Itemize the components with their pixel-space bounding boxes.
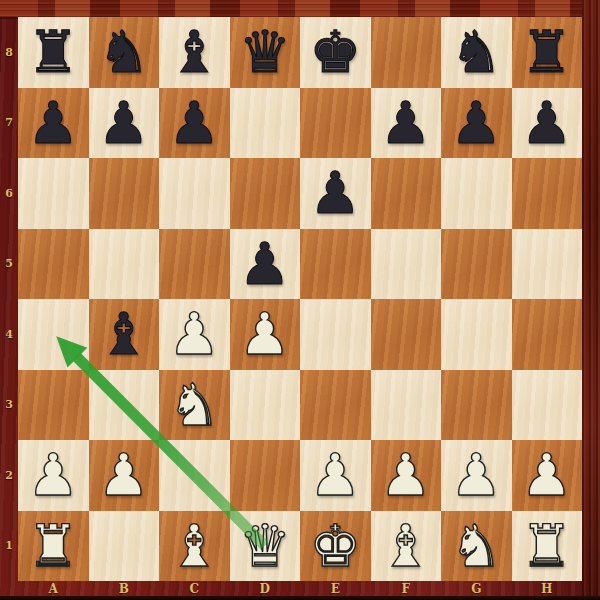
square-f3[interactable]: [371, 370, 442, 441]
piece-white-queen[interactable]: ♛: [239, 517, 291, 575]
square-c5[interactable]: [159, 229, 230, 300]
square-e6[interactable]: ♟: [300, 158, 371, 229]
piece-black-pawn[interactable]: ♟: [521, 94, 573, 152]
piece-black-rook[interactable]: ♜: [521, 23, 573, 81]
square-g6[interactable]: [441, 158, 512, 229]
piece-black-pawn[interactable]: ♟: [309, 164, 361, 222]
square-d7[interactable]: [230, 88, 301, 159]
square-c8[interactable]: ♝: [159, 17, 230, 88]
square-e7[interactable]: [300, 88, 371, 159]
piece-white-king[interactable]: ♚: [309, 517, 361, 575]
square-h7[interactable]: ♟: [512, 88, 583, 159]
piece-black-pawn[interactable]: ♟: [450, 94, 502, 152]
square-g7[interactable]: ♟: [441, 88, 512, 159]
square-e3[interactable]: [300, 370, 371, 441]
square-a8[interactable]: ♜: [18, 17, 89, 88]
piece-white-knight[interactable]: ♞: [450, 517, 502, 575]
rank-label-3: 3: [0, 370, 18, 441]
square-f1[interactable]: ♝: [371, 511, 442, 582]
square-e5[interactable]: [300, 229, 371, 300]
piece-black-queen[interactable]: ♛: [239, 23, 291, 81]
square-a3[interactable]: [18, 370, 89, 441]
square-b8[interactable]: ♞: [89, 17, 160, 88]
board-grid: ♜♞♝♛♚♞♜♟♟♟♟♟♟♟♟♝♟♟♞♟♟♟♟♟♟♜♝♛♚♝♞♜: [18, 17, 582, 581]
square-h5[interactable]: [512, 229, 583, 300]
square-e1[interactable]: ♚: [300, 511, 371, 582]
square-a1[interactable]: ♜: [18, 511, 89, 582]
square-h3[interactable]: [512, 370, 583, 441]
square-e4[interactable]: [300, 299, 371, 370]
square-d6[interactable]: [230, 158, 301, 229]
piece-black-bishop[interactable]: ♝: [98, 305, 150, 363]
square-h6[interactable]: [512, 158, 583, 229]
square-g1[interactable]: ♞: [441, 511, 512, 582]
square-f8[interactable]: [371, 17, 442, 88]
square-g4[interactable]: [441, 299, 512, 370]
square-f7[interactable]: ♟: [371, 88, 442, 159]
rank-label-2: 2: [0, 440, 18, 511]
piece-white-rook[interactable]: ♜: [521, 517, 573, 575]
square-g3[interactable]: [441, 370, 512, 441]
rank-label-1: 1: [0, 511, 18, 582]
square-f6[interactable]: [371, 158, 442, 229]
square-b5[interactable]: [89, 229, 160, 300]
rank-label-8: 8: [0, 17, 18, 88]
piece-white-bishop[interactable]: ♝: [168, 517, 220, 575]
square-a2[interactable]: ♟: [18, 440, 89, 511]
square-f5[interactable]: [371, 229, 442, 300]
square-a4[interactable]: [18, 299, 89, 370]
piece-white-pawn[interactable]: ♟: [521, 446, 573, 504]
square-a7[interactable]: ♟: [18, 88, 89, 159]
piece-black-pawn[interactable]: ♟: [27, 94, 79, 152]
square-d5[interactable]: ♟: [230, 229, 301, 300]
square-b1[interactable]: [89, 511, 160, 582]
square-c3[interactable]: ♞: [159, 370, 230, 441]
square-f4[interactable]: [371, 299, 442, 370]
piece-black-knight[interactable]: ♞: [98, 23, 150, 81]
square-d2[interactable]: [230, 440, 301, 511]
board-frame-bottom-edge: [0, 596, 600, 600]
piece-black-pawn[interactable]: ♟: [380, 94, 432, 152]
square-b7[interactable]: ♟: [89, 88, 160, 159]
piece-black-knight[interactable]: ♞: [450, 23, 502, 81]
piece-white-pawn[interactable]: ♟: [380, 446, 432, 504]
piece-black-pawn[interactable]: ♟: [98, 94, 150, 152]
piece-white-bishop[interactable]: ♝: [380, 517, 432, 575]
piece-white-pawn[interactable]: ♟: [239, 305, 291, 363]
rank-label-6: 6: [0, 158, 18, 229]
square-c1[interactable]: ♝: [159, 511, 230, 582]
square-c4[interactable]: ♟: [159, 299, 230, 370]
square-c2[interactable]: [159, 440, 230, 511]
square-a5[interactable]: [18, 229, 89, 300]
piece-white-pawn[interactable]: ♟: [450, 446, 502, 504]
square-h4[interactable]: [512, 299, 583, 370]
square-b3[interactable]: [89, 370, 160, 441]
square-b4[interactable]: ♝: [89, 299, 160, 370]
square-d4[interactable]: ♟: [230, 299, 301, 370]
square-d3[interactable]: [230, 370, 301, 441]
rank-label-4: 4: [0, 299, 18, 370]
piece-black-pawn[interactable]: ♟: [168, 94, 220, 152]
rank-coordinates: 87654321: [0, 17, 18, 581]
board-frame-right-rail: [582, 0, 600, 600]
square-h8[interactable]: ♜: [512, 17, 583, 88]
piece-black-pawn[interactable]: ♟: [239, 235, 291, 293]
square-g8[interactable]: ♞: [441, 17, 512, 88]
piece-black-king[interactable]: ♚: [309, 23, 361, 81]
square-d8[interactable]: ♛: [230, 17, 301, 88]
piece-black-rook[interactable]: ♜: [27, 23, 79, 81]
square-g2[interactable]: ♟: [441, 440, 512, 511]
piece-white-rook[interactable]: ♜: [27, 517, 79, 575]
piece-black-bishop[interactable]: ♝: [168, 23, 220, 81]
square-f2[interactable]: ♟: [371, 440, 442, 511]
square-h1[interactable]: ♜: [512, 511, 583, 582]
piece-white-pawn[interactable]: ♟: [309, 446, 361, 504]
chessboard-frame: ♜♞♝♛♚♞♜♟♟♟♟♟♟♟♟♝♟♟♞♟♟♟♟♟♟♜♝♛♚♝♞♜ 8765432…: [0, 0, 600, 600]
piece-white-pawn[interactable]: ♟: [27, 446, 79, 504]
rank-label-5: 5: [0, 229, 18, 300]
rank-label-7: 7: [0, 88, 18, 159]
square-e8[interactable]: ♚: [300, 17, 371, 88]
square-c6[interactable]: [159, 158, 230, 229]
square-b2[interactable]: ♟: [89, 440, 160, 511]
square-d1[interactable]: ♛: [230, 511, 301, 582]
piece-white-pawn[interactable]: ♟: [98, 446, 150, 504]
square-c7[interactable]: ♟: [159, 88, 230, 159]
square-b6[interactable]: [89, 158, 160, 229]
piece-white-pawn[interactable]: ♟: [168, 305, 220, 363]
piece-white-knight[interactable]: ♞: [168, 376, 220, 434]
square-a6[interactable]: [18, 158, 89, 229]
square-h2[interactable]: ♟: [512, 440, 583, 511]
square-e2[interactable]: ♟: [300, 440, 371, 511]
square-g5[interactable]: [441, 229, 512, 300]
